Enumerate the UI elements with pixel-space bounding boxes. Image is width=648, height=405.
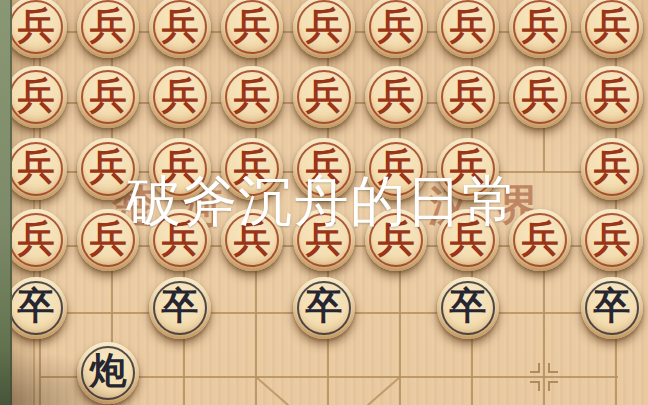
piece-glyph: 兵: [594, 7, 631, 44]
piece-glyph: 兵: [90, 7, 127, 44]
piece-glyph: 兵: [90, 220, 127, 257]
piece-glyph: 兵: [594, 148, 631, 185]
piece-glyph: 兵: [18, 220, 55, 257]
piece-glyph: 兵: [522, 7, 559, 44]
piece-glyph: 卒: [18, 287, 55, 324]
piece-glyph: 兵: [18, 7, 55, 44]
piece-red-soldier[interactable]: 兵: [5, 0, 67, 58]
piece-glyph: 兵: [522, 77, 559, 114]
piece-black-soldier[interactable]: 卒: [581, 277, 643, 339]
piece-glyph: 兵: [594, 77, 631, 114]
piece-red-soldier[interactable]: 兵: [221, 0, 283, 58]
piece-red-soldier[interactable]: 兵: [77, 0, 139, 58]
piece-glyph: 兵: [234, 7, 271, 44]
piece-glyph: 兵: [90, 148, 127, 185]
piece-red-soldier[interactable]: 兵: [581, 66, 643, 128]
piece-glyph: 兵: [450, 7, 487, 44]
piece-red-soldier[interactable]: 兵: [77, 66, 139, 128]
piece-red-soldier[interactable]: 兵: [293, 66, 355, 128]
piece-red-soldier[interactable]: 兵: [365, 66, 427, 128]
piece-red-soldier[interactable]: 兵: [293, 0, 355, 58]
piece-glyph: 卒: [162, 287, 199, 324]
left-edge-strip: [0, 0, 12, 405]
piece-glyph: 卒: [450, 287, 487, 324]
piece-red-soldier[interactable]: 兵: [149, 66, 211, 128]
piece-black-soldier[interactable]: 卒: [5, 277, 67, 339]
piece-red-soldier[interactable]: 兵: [437, 0, 499, 58]
piece-red-soldier[interactable]: 兵: [437, 66, 499, 128]
piece-red-soldier[interactable]: 兵: [581, 209, 643, 271]
piece-glyph: 兵: [18, 77, 55, 114]
piece-red-soldier[interactable]: 兵: [581, 138, 643, 200]
piece-red-soldier[interactable]: 兵: [221, 66, 283, 128]
piece-red-soldier[interactable]: 兵: [149, 0, 211, 58]
piece-red-soldier[interactable]: 兵: [509, 66, 571, 128]
piece-glyph: 兵: [378, 77, 415, 114]
piece-glyph: 卒: [594, 287, 631, 324]
piece-glyph: 兵: [306, 77, 343, 114]
piece-glyph: 炮: [90, 352, 127, 389]
piece-black-soldier[interactable]: 卒: [437, 277, 499, 339]
piece-red-soldier[interactable]: 兵: [5, 209, 67, 271]
piece-glyph: 兵: [234, 77, 271, 114]
piece-red-soldier[interactable]: 兵: [509, 0, 571, 58]
piece-red-soldier[interactable]: 兵: [581, 0, 643, 58]
piece-glyph: 兵: [378, 7, 415, 44]
piece-red-soldier[interactable]: 兵: [365, 0, 427, 58]
piece-glyph: 兵: [162, 77, 199, 114]
piece-glyph: 兵: [18, 148, 55, 185]
piece-glyph: 兵: [306, 7, 343, 44]
piece-red-soldier[interactable]: 兵: [5, 66, 67, 128]
piece-glyph: 兵: [522, 220, 559, 257]
piece-glyph: 兵: [594, 220, 631, 257]
piece-glyph: 兵: [162, 7, 199, 44]
piece-glyph: 卒: [306, 287, 343, 324]
piece-glyph: 兵: [90, 77, 127, 114]
piece-black-soldier[interactable]: 卒: [293, 277, 355, 339]
piece-red-soldier[interactable]: 兵: [5, 138, 67, 200]
piece-black-cannon[interactable]: 炮: [77, 342, 139, 404]
piece-black-soldier[interactable]: 卒: [149, 277, 211, 339]
watermark-text: 破斧沉舟的日常: [126, 170, 518, 232]
piece-glyph: 兵: [450, 77, 487, 114]
piece-red-soldier[interactable]: 兵: [509, 209, 571, 271]
xiangqi-screenshot: 楚 河 汉 界 兵兵兵兵兵兵兵兵兵兵兵兵兵兵兵兵兵兵兵兵兵兵兵兵兵兵兵兵兵兵兵兵…: [0, 0, 648, 405]
